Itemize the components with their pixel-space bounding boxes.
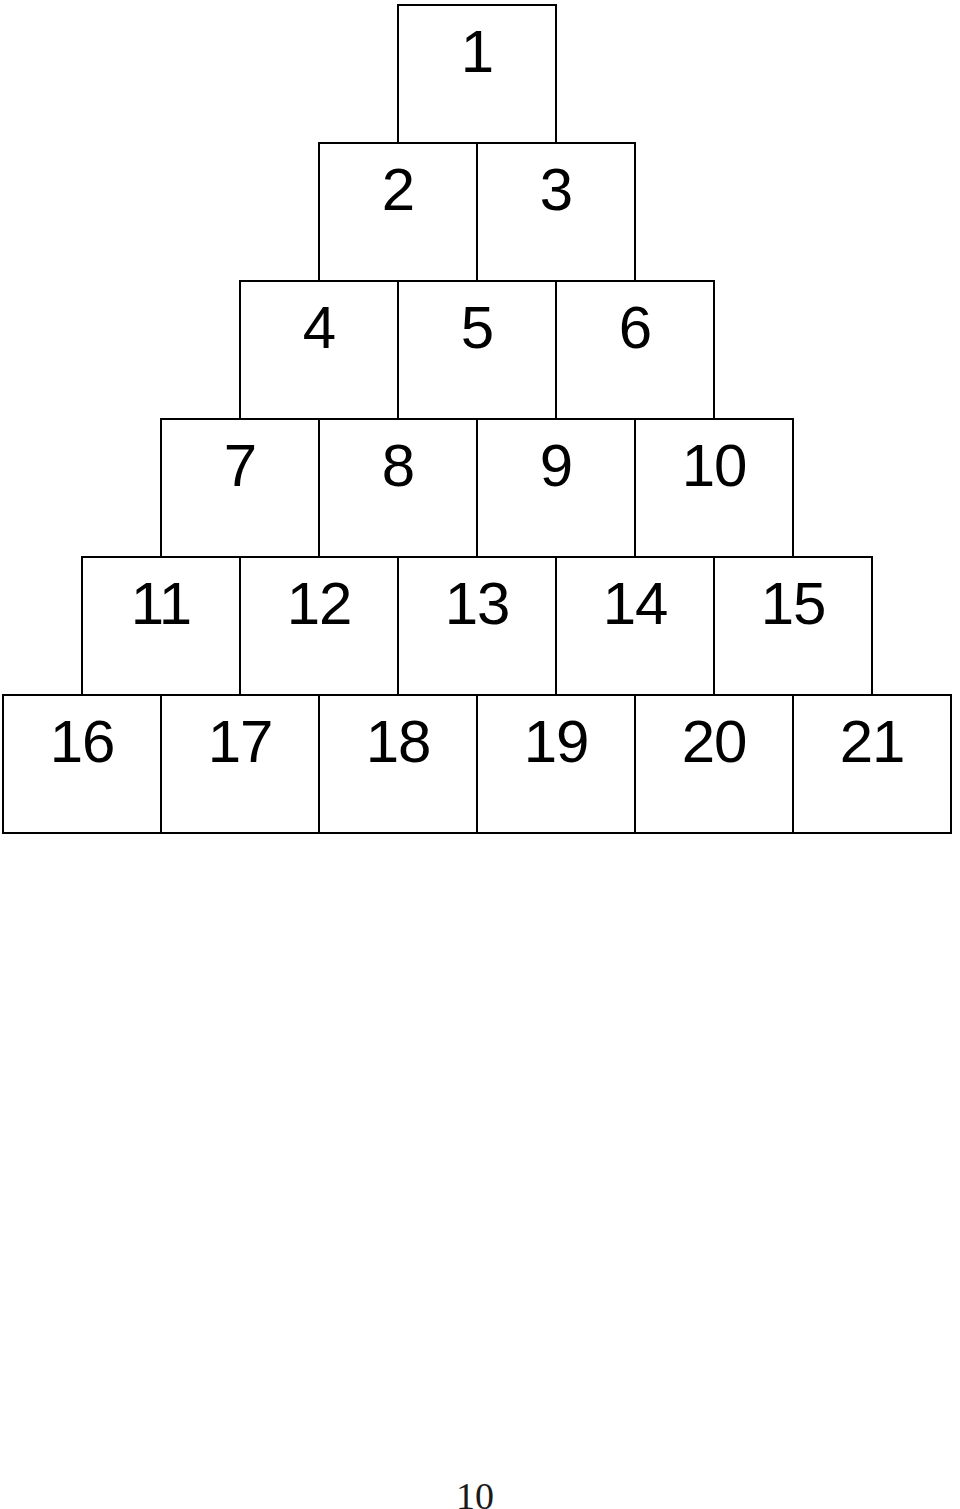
pyramid-cell-21[interactable]: 21 xyxy=(792,694,952,834)
pyramid-cell-11[interactable]: 11 xyxy=(81,556,241,696)
cell-number: 19 xyxy=(478,696,634,772)
pyramid-row-5: 1112131415 xyxy=(0,556,957,696)
cell-number: 10 xyxy=(636,420,792,496)
pyramid-cell-1[interactable]: 1 xyxy=(397,4,557,144)
pyramid-cell-5[interactable]: 5 xyxy=(397,280,557,420)
pyramid-cell-13[interactable]: 13 xyxy=(397,556,557,696)
pyramid-cell-9[interactable]: 9 xyxy=(476,418,636,558)
cell-number: 3 xyxy=(478,144,634,220)
pyramid-cell-2[interactable]: 2 xyxy=(318,142,478,282)
pyramid-cell-19[interactable]: 19 xyxy=(476,694,636,834)
cell-number: 14 xyxy=(557,558,713,634)
pyramid-cell-20[interactable]: 20 xyxy=(634,694,794,834)
cell-number: 16 xyxy=(4,696,160,772)
cell-number: 15 xyxy=(715,558,871,634)
page-number: 10 xyxy=(0,1477,950,1509)
pyramid-cell-10[interactable]: 10 xyxy=(634,418,794,558)
pyramid-cell-14[interactable]: 14 xyxy=(555,556,715,696)
cell-number: 21 xyxy=(794,696,950,772)
cell-number: 5 xyxy=(399,282,555,358)
pyramid-cell-16[interactable]: 16 xyxy=(2,694,162,834)
pyramid-row-6: 161718192021 xyxy=(0,694,957,834)
pyramid-cell-12[interactable]: 12 xyxy=(239,556,399,696)
pyramid-cell-15[interactable]: 15 xyxy=(713,556,873,696)
cell-number: 20 xyxy=(636,696,792,772)
pyramid-cell-8[interactable]: 8 xyxy=(318,418,478,558)
pyramid-cell-4[interactable]: 4 xyxy=(239,280,399,420)
cell-number: 4 xyxy=(241,282,397,358)
cell-number: 1 xyxy=(399,6,555,82)
pyramid-cell-6[interactable]: 6 xyxy=(555,280,715,420)
pyramid-cell-3[interactable]: 3 xyxy=(476,142,636,282)
cell-number: 9 xyxy=(478,420,634,496)
cell-number: 8 xyxy=(320,420,476,496)
pyramid-row-3: 456 xyxy=(0,280,957,420)
cell-number: 17 xyxy=(162,696,318,772)
pyramid-cell-7[interactable]: 7 xyxy=(160,418,320,558)
pyramid-cell-17[interactable]: 17 xyxy=(160,694,320,834)
cell-number: 12 xyxy=(241,558,397,634)
cell-number: 11 xyxy=(83,558,239,634)
pyramid-cell-18[interactable]: 18 xyxy=(318,694,478,834)
cell-number: 13 xyxy=(399,558,555,634)
cell-number: 6 xyxy=(557,282,713,358)
cell-number: 7 xyxy=(162,420,318,496)
pyramid-row-4: 78910 xyxy=(0,418,957,558)
pyramid-row-2: 23 xyxy=(0,142,957,282)
cell-number: 2 xyxy=(320,144,476,220)
pyramid-row-1: 1 xyxy=(0,4,957,144)
cell-number: 18 xyxy=(320,696,476,772)
number-pyramid: 123456789101112131415161718192021 xyxy=(0,4,957,834)
worksheet-page: 123456789101112131415161718192021 10 xyxy=(0,0,960,1509)
